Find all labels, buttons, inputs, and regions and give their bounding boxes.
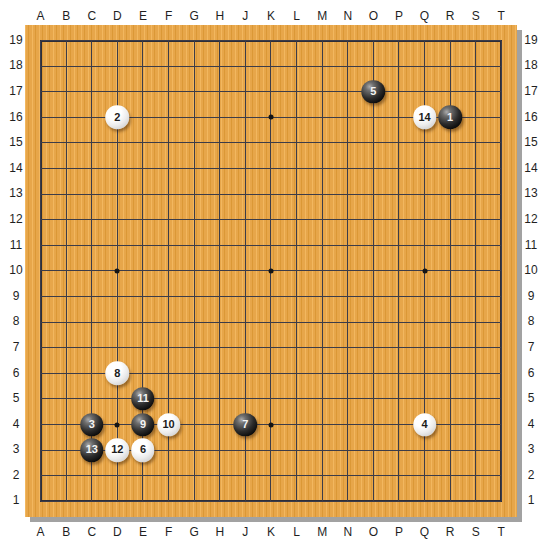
board-intersection[interactable]	[105, 207, 131, 233]
board-intersection[interactable]	[335, 53, 361, 79]
board-intersection[interactable]	[488, 386, 514, 412]
board-intersection[interactable]	[309, 463, 335, 489]
board-intersection[interactable]	[437, 233, 463, 259]
board-intersection[interactable]	[28, 207, 54, 233]
board-intersection[interactable]	[463, 130, 489, 156]
board-intersection[interactable]	[335, 463, 361, 489]
board-intersection[interactable]	[361, 156, 387, 182]
board-intersection[interactable]	[233, 335, 259, 361]
board-intersection[interactable]	[361, 181, 387, 207]
board-intersection[interactable]	[463, 412, 489, 438]
board-intersection[interactable]	[437, 181, 463, 207]
board-intersection[interactable]	[53, 361, 79, 387]
board-intersection[interactable]	[53, 463, 79, 489]
board-intersection[interactable]	[105, 309, 131, 335]
board-intersection[interactable]	[207, 156, 233, 182]
board-intersection[interactable]	[361, 309, 387, 335]
board-intersection[interactable]	[335, 181, 361, 207]
board-intersection[interactable]	[386, 437, 412, 463]
board-intersection[interactable]	[386, 488, 412, 514]
board-intersection[interactable]	[258, 233, 284, 259]
board-intersection[interactable]	[386, 335, 412, 361]
board-intersection[interactable]	[130, 53, 156, 79]
board-intersection[interactable]	[284, 28, 310, 54]
board-intersection[interactable]	[335, 130, 361, 156]
board-intersection[interactable]	[412, 361, 438, 387]
board-intersection[interactable]	[181, 335, 207, 361]
board-intersection[interactable]	[335, 28, 361, 54]
board-intersection[interactable]	[284, 105, 310, 131]
board-intersection[interactable]	[156, 335, 182, 361]
board-intersection[interactable]	[386, 79, 412, 105]
board-intersection[interactable]	[488, 233, 514, 259]
board-intersection[interactable]	[258, 386, 284, 412]
board-intersection[interactable]	[361, 28, 387, 54]
board-intersection[interactable]	[130, 335, 156, 361]
board-intersection[interactable]	[361, 105, 387, 131]
board-intersection[interactable]	[284, 233, 310, 259]
board-intersection[interactable]	[386, 207, 412, 233]
board-intersection[interactable]	[53, 156, 79, 182]
board-intersection[interactable]	[130, 105, 156, 131]
board-intersection[interactable]	[105, 284, 131, 310]
board-intersection[interactable]	[335, 258, 361, 284]
board-intersection[interactable]	[258, 105, 284, 131]
board-intersection[interactable]	[28, 156, 54, 182]
board-intersection[interactable]	[488, 361, 514, 387]
board-intersection[interactable]	[258, 130, 284, 156]
board-intersection[interactable]	[309, 130, 335, 156]
board-intersection[interactable]	[335, 488, 361, 514]
board-intersection[interactable]	[258, 181, 284, 207]
board-intersection[interactable]	[233, 361, 259, 387]
board-intersection[interactable]	[79, 105, 105, 131]
board-intersection[interactable]	[207, 233, 233, 259]
board-intersection[interactable]	[79, 130, 105, 156]
board-intersection[interactable]	[309, 488, 335, 514]
board-intersection[interactable]	[463, 207, 489, 233]
board-intersection[interactable]	[105, 53, 131, 79]
board-intersection[interactable]	[181, 437, 207, 463]
board-intersection[interactable]	[412, 53, 438, 79]
board-intersection[interactable]	[488, 437, 514, 463]
board-intersection[interactable]	[412, 463, 438, 489]
board-intersection[interactable]	[79, 463, 105, 489]
board-intersection[interactable]	[284, 79, 310, 105]
board-intersection[interactable]	[335, 412, 361, 438]
board-intersection[interactable]	[412, 488, 438, 514]
board-intersection[interactable]	[284, 284, 310, 310]
board-intersection[interactable]	[463, 181, 489, 207]
board-intersection[interactable]	[386, 130, 412, 156]
board-intersection[interactable]	[130, 156, 156, 182]
board-intersection[interactable]	[488, 335, 514, 361]
board-intersection[interactable]	[258, 437, 284, 463]
board-intersection[interactable]	[437, 79, 463, 105]
board-intersection[interactable]	[28, 53, 54, 79]
board-intersection[interactable]	[130, 284, 156, 310]
board-intersection[interactable]	[156, 386, 182, 412]
board-intersection[interactable]	[53, 79, 79, 105]
board-intersection[interactable]	[488, 412, 514, 438]
board-intersection[interactable]	[361, 284, 387, 310]
board-intersection[interactable]	[105, 233, 131, 259]
board-intersection[interactable]	[28, 258, 54, 284]
board-intersection[interactable]	[488, 28, 514, 54]
board-intersection[interactable]	[233, 309, 259, 335]
board-intersection[interactable]	[156, 53, 182, 79]
board-intersection[interactable]	[28, 105, 54, 131]
board-intersection[interactable]	[207, 463, 233, 489]
board-intersection[interactable]	[335, 207, 361, 233]
board-intersection[interactable]: 14	[412, 105, 438, 131]
board-intersection[interactable]	[284, 335, 310, 361]
board-intersection[interactable]	[79, 284, 105, 310]
board-intersection[interactable]	[463, 361, 489, 387]
board-intersection[interactable]	[309, 53, 335, 79]
board-intersection[interactable]	[53, 412, 79, 438]
board-intersection[interactable]	[130, 463, 156, 489]
board-intersection[interactable]	[284, 488, 310, 514]
board-intersection[interactable]	[284, 437, 310, 463]
board-intersection[interactable]	[412, 233, 438, 259]
board-intersection[interactable]	[181, 463, 207, 489]
board-intersection[interactable]: 6	[130, 437, 156, 463]
board-intersection[interactable]	[258, 335, 284, 361]
board-intersection[interactable]	[28, 284, 54, 310]
board-intersection[interactable]	[258, 361, 284, 387]
board-intersection[interactable]	[79, 335, 105, 361]
board-intersection[interactable]	[335, 156, 361, 182]
board-intersection[interactable]	[79, 53, 105, 79]
board-intersection[interactable]	[105, 79, 131, 105]
board-intersection[interactable]	[233, 437, 259, 463]
board-intersection[interactable]	[335, 386, 361, 412]
board-intersection[interactable]	[335, 79, 361, 105]
board-intersection[interactable]	[207, 28, 233, 54]
board-intersection[interactable]	[361, 463, 387, 489]
board-intersection[interactable]	[53, 437, 79, 463]
board-intersection[interactable]	[181, 361, 207, 387]
board-intersection[interactable]	[207, 53, 233, 79]
board-intersection[interactable]	[207, 412, 233, 438]
board-intersection[interactable]	[181, 207, 207, 233]
board-intersection[interactable]	[309, 156, 335, 182]
board-intersection[interactable]	[386, 284, 412, 310]
board-intersection[interactable]	[437, 412, 463, 438]
board-intersection[interactable]	[258, 284, 284, 310]
board-intersection[interactable]	[53, 53, 79, 79]
board-intersection[interactable]	[53, 488, 79, 514]
board-intersection[interactable]	[386, 412, 412, 438]
board-intersection[interactable]	[181, 258, 207, 284]
board-intersection[interactable]	[156, 79, 182, 105]
board-intersection[interactable]	[130, 258, 156, 284]
board-intersection[interactable]	[258, 309, 284, 335]
board-intersection[interactable]	[28, 28, 54, 54]
board-intersection[interactable]	[79, 386, 105, 412]
board-intersection[interactable]	[335, 437, 361, 463]
board-intersection[interactable]	[309, 361, 335, 387]
board-intersection[interactable]	[437, 207, 463, 233]
board-intersection[interactable]	[258, 463, 284, 489]
board-intersection[interactable]	[130, 130, 156, 156]
board-intersection[interactable]	[156, 361, 182, 387]
board-intersection[interactable]	[105, 181, 131, 207]
board-intersection[interactable]	[258, 207, 284, 233]
board-intersection[interactable]	[361, 335, 387, 361]
board-intersection[interactable]	[437, 463, 463, 489]
board-intersection[interactable]	[28, 130, 54, 156]
board-intersection[interactable]	[28, 463, 54, 489]
board-intersection[interactable]	[309, 207, 335, 233]
board-intersection[interactable]	[488, 105, 514, 131]
board-intersection[interactable]	[437, 28, 463, 54]
board-intersection[interactable]	[335, 233, 361, 259]
board-intersection[interactable]	[156, 28, 182, 54]
board-intersection[interactable]	[309, 386, 335, 412]
board-intersection[interactable]	[386, 386, 412, 412]
board-intersection[interactable]	[437, 309, 463, 335]
board-intersection[interactable]	[463, 386, 489, 412]
board-intersection[interactable]: 11	[130, 386, 156, 412]
board-intersection[interactable]	[233, 156, 259, 182]
board-intersection[interactable]	[53, 130, 79, 156]
board-intersection[interactable]	[284, 181, 310, 207]
board-intersection[interactable]	[181, 181, 207, 207]
board-intersection[interactable]	[386, 258, 412, 284]
board-intersection[interactable]	[258, 28, 284, 54]
board-intersection[interactable]	[309, 233, 335, 259]
board-intersection[interactable]: 4	[412, 412, 438, 438]
board-intersection[interactable]	[335, 284, 361, 310]
board-intersection[interactable]	[181, 233, 207, 259]
board-intersection[interactable]	[361, 258, 387, 284]
board-intersection[interactable]: 1	[437, 105, 463, 131]
board-intersection[interactable]	[386, 181, 412, 207]
board-intersection[interactable]	[53, 105, 79, 131]
board-intersection[interactable]	[412, 28, 438, 54]
board-intersection[interactable]	[284, 309, 310, 335]
board-intersection[interactable]	[386, 463, 412, 489]
board-intersection[interactable]	[386, 105, 412, 131]
board-intersection[interactable]	[284, 207, 310, 233]
board-intersection[interactable]	[105, 258, 131, 284]
board-intersection[interactable]	[386, 361, 412, 387]
board-intersection[interactable]	[284, 463, 310, 489]
board-intersection[interactable]	[361, 207, 387, 233]
board-intersection[interactable]	[105, 28, 131, 54]
board-intersection[interactable]	[284, 53, 310, 79]
board-intersection[interactable]	[361, 437, 387, 463]
board-intersection[interactable]	[28, 309, 54, 335]
board-intersection[interactable]	[233, 53, 259, 79]
board-intersection[interactable]	[156, 463, 182, 489]
board-intersection[interactable]	[437, 386, 463, 412]
board-intersection[interactable]	[335, 105, 361, 131]
board-intersection[interactable]	[412, 156, 438, 182]
board-intersection[interactable]	[361, 361, 387, 387]
board-intersection[interactable]	[284, 386, 310, 412]
board-intersection[interactable]	[53, 284, 79, 310]
board-intersection[interactable]	[309, 181, 335, 207]
board-intersection[interactable]	[207, 105, 233, 131]
board-intersection[interactable]	[233, 463, 259, 489]
board-intersection[interactable]	[488, 488, 514, 514]
board-intersection[interactable]	[412, 386, 438, 412]
board-intersection[interactable]	[437, 258, 463, 284]
board-intersection[interactable]: 7	[233, 412, 259, 438]
board-intersection[interactable]	[181, 412, 207, 438]
board-intersection[interactable]	[361, 488, 387, 514]
board-intersection[interactable]	[207, 207, 233, 233]
board-intersection[interactable]	[79, 233, 105, 259]
board-intersection[interactable]	[207, 258, 233, 284]
board-intersection[interactable]	[28, 386, 54, 412]
board-intersection[interactable]	[284, 130, 310, 156]
board-intersection[interactable]	[156, 309, 182, 335]
board-intersection[interactable]	[412, 335, 438, 361]
board-intersection[interactable]	[258, 156, 284, 182]
board-intersection[interactable]	[28, 181, 54, 207]
board-intersection[interactable]	[233, 258, 259, 284]
board-intersection[interactable]	[28, 412, 54, 438]
board-intersection[interactable]	[181, 156, 207, 182]
board-intersection[interactable]	[53, 181, 79, 207]
board-intersection[interactable]	[207, 437, 233, 463]
board-intersection[interactable]	[463, 258, 489, 284]
board-intersection[interactable]	[412, 207, 438, 233]
board-intersection[interactable]	[335, 309, 361, 335]
board-intersection[interactable]	[386, 156, 412, 182]
board-intersection[interactable]	[79, 207, 105, 233]
board-intersection[interactable]	[130, 361, 156, 387]
board-intersection[interactable]	[488, 130, 514, 156]
board-intersection[interactable]: 9	[130, 412, 156, 438]
board-intersection[interactable]	[258, 412, 284, 438]
board-intersection[interactable]	[284, 361, 310, 387]
board-intersection[interactable]	[156, 488, 182, 514]
board-intersection[interactable]	[105, 335, 131, 361]
board-intersection[interactable]	[79, 361, 105, 387]
board-intersection[interactable]	[463, 488, 489, 514]
board-intersection[interactable]	[309, 258, 335, 284]
board-intersection[interactable]	[258, 53, 284, 79]
board-intersection[interactable]	[53, 28, 79, 54]
board-intersection[interactable]	[181, 28, 207, 54]
board-intersection[interactable]	[437, 156, 463, 182]
board-intersection[interactable]	[386, 28, 412, 54]
board-intersection[interactable]	[309, 105, 335, 131]
board-intersection[interactable]: 13	[79, 437, 105, 463]
board-intersection[interactable]	[488, 207, 514, 233]
board-intersection[interactable]	[105, 156, 131, 182]
board-intersection[interactable]	[53, 233, 79, 259]
board-intersection[interactable]	[309, 437, 335, 463]
board-intersection[interactable]	[207, 130, 233, 156]
board-intersection[interactable]	[28, 437, 54, 463]
board-intersection[interactable]	[207, 181, 233, 207]
board-intersection[interactable]	[207, 309, 233, 335]
board-intersection[interactable]	[53, 309, 79, 335]
board-intersection[interactable]	[412, 309, 438, 335]
board-intersection[interactable]	[309, 284, 335, 310]
board-intersection[interactable]: 2	[105, 105, 131, 131]
board-intersection[interactable]	[130, 488, 156, 514]
board-intersection[interactable]	[181, 130, 207, 156]
board-intersection[interactable]	[53, 207, 79, 233]
board-intersection[interactable]	[488, 53, 514, 79]
board-intersection[interactable]	[463, 335, 489, 361]
board-intersection[interactable]: 5	[361, 79, 387, 105]
board-intersection[interactable]	[233, 105, 259, 131]
board-intersection[interactable]	[335, 361, 361, 387]
board-intersection[interactable]	[437, 335, 463, 361]
board-intersection[interactable]	[463, 437, 489, 463]
board-intersection[interactable]	[79, 181, 105, 207]
board-intersection[interactable]	[463, 53, 489, 79]
board-intersection[interactable]	[79, 309, 105, 335]
board-intersection[interactable]	[53, 335, 79, 361]
board-intersection[interactable]	[156, 284, 182, 310]
board-intersection[interactable]	[156, 437, 182, 463]
board-intersection[interactable]	[463, 309, 489, 335]
board-intersection[interactable]	[437, 53, 463, 79]
board-intersection[interactable]	[437, 130, 463, 156]
board-intersection[interactable]	[156, 207, 182, 233]
board-intersection[interactable]	[105, 386, 131, 412]
board-intersection[interactable]	[361, 233, 387, 259]
board-intersection[interactable]	[181, 488, 207, 514]
board-intersection[interactable]	[28, 488, 54, 514]
board-intersection[interactable]	[412, 284, 438, 310]
board-intersection[interactable]	[28, 233, 54, 259]
board-intersection[interactable]: 3	[79, 412, 105, 438]
board-intersection[interactable]	[233, 386, 259, 412]
board-intersection[interactable]	[284, 156, 310, 182]
board-intersection[interactable]	[437, 284, 463, 310]
board-intersection[interactable]	[130, 207, 156, 233]
board-intersection[interactable]	[233, 28, 259, 54]
board-intersection[interactable]	[386, 309, 412, 335]
board-intersection[interactable]	[233, 488, 259, 514]
board-intersection[interactable]	[181, 309, 207, 335]
board-intersection[interactable]	[53, 258, 79, 284]
board-intersection[interactable]	[105, 488, 131, 514]
board-intersection[interactable]	[181, 79, 207, 105]
board-intersection[interactable]	[412, 437, 438, 463]
board-intersection[interactable]	[233, 284, 259, 310]
board-intersection[interactable]	[309, 335, 335, 361]
board-intersection[interactable]	[463, 156, 489, 182]
board-intersection[interactable]	[130, 233, 156, 259]
board-intersection[interactable]	[233, 207, 259, 233]
board-intersection[interactable]	[361, 130, 387, 156]
board-intersection[interactable]	[181, 284, 207, 310]
board-intersection[interactable]	[284, 412, 310, 438]
board-intersection[interactable]: 10	[156, 412, 182, 438]
board-intersection[interactable]	[207, 386, 233, 412]
board-intersection[interactable]	[309, 79, 335, 105]
board-intersection[interactable]	[258, 258, 284, 284]
board-intersection[interactable]	[79, 258, 105, 284]
board-intersection[interactable]	[207, 488, 233, 514]
board-intersection[interactable]	[258, 79, 284, 105]
board-intersection[interactable]	[105, 412, 131, 438]
board-intersection[interactable]	[28, 335, 54, 361]
board-intersection[interactable]	[79, 488, 105, 514]
board-intersection[interactable]	[309, 309, 335, 335]
